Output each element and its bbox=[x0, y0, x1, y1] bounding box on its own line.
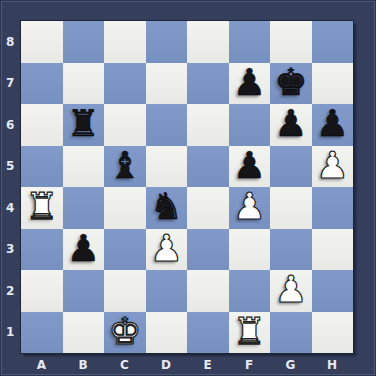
square-e7[interactable] bbox=[187, 63, 229, 105]
square-f5[interactable]: ♟ bbox=[229, 146, 271, 188]
file-label-g: G bbox=[270, 353, 312, 376]
square-b5[interactable] bbox=[63, 146, 105, 188]
square-b1[interactable] bbox=[63, 312, 105, 354]
square-d4[interactable]: ♞ bbox=[146, 187, 188, 229]
rank-label-7: 7 bbox=[0, 63, 21, 105]
square-a2[interactable] bbox=[21, 270, 63, 312]
square-b6[interactable]: ♜ bbox=[63, 104, 105, 146]
square-a7[interactable] bbox=[21, 63, 63, 105]
rank-label-3: 3 bbox=[0, 229, 21, 271]
square-c7[interactable] bbox=[104, 63, 146, 105]
square-b4[interactable] bbox=[63, 187, 105, 229]
file-label-h: H bbox=[312, 353, 354, 376]
square-h1[interactable] bbox=[312, 312, 354, 354]
square-e8[interactable] bbox=[187, 21, 229, 63]
square-a4[interactable]: ♜ bbox=[21, 187, 63, 229]
square-g8[interactable] bbox=[270, 21, 312, 63]
square-a1[interactable] bbox=[21, 312, 63, 354]
white-king[interactable]: ♚ bbox=[108, 313, 141, 350]
rank-label-6: 6 bbox=[0, 104, 21, 146]
board: ♟♚♜♟♟♝♟♟♜♞♟♟♟♟♚♜ bbox=[21, 21, 353, 353]
square-e2[interactable] bbox=[187, 270, 229, 312]
square-b2[interactable] bbox=[63, 270, 105, 312]
black-king[interactable]: ♚ bbox=[274, 64, 307, 101]
square-f1[interactable]: ♜ bbox=[229, 312, 271, 354]
square-d5[interactable] bbox=[146, 146, 188, 188]
square-c5[interactable]: ♝ bbox=[104, 146, 146, 188]
square-f6[interactable] bbox=[229, 104, 271, 146]
file-labels: A B C D E F G H bbox=[21, 353, 353, 376]
white-pawn[interactable]: ♟ bbox=[233, 188, 266, 225]
square-a6[interactable] bbox=[21, 104, 63, 146]
file-label-a: A bbox=[21, 353, 63, 376]
square-c1[interactable]: ♚ bbox=[104, 312, 146, 354]
square-d3[interactable]: ♟ bbox=[146, 229, 188, 271]
square-f4[interactable]: ♟ bbox=[229, 187, 271, 229]
square-h3[interactable] bbox=[312, 229, 354, 271]
square-d8[interactable] bbox=[146, 21, 188, 63]
square-c6[interactable] bbox=[104, 104, 146, 146]
white-rook[interactable]: ♜ bbox=[25, 188, 58, 225]
black-pawn[interactable]: ♟ bbox=[233, 147, 266, 184]
square-b3[interactable]: ♟ bbox=[63, 229, 105, 271]
square-c2[interactable] bbox=[104, 270, 146, 312]
rank-label-4: 4 bbox=[0, 187, 21, 229]
square-c3[interactable] bbox=[104, 229, 146, 271]
chess-board-frame: 8 7 6 5 4 3 2 1 ♟♚♜♟♟♝♟♟♜♞♟♟♟♟♚♜ A B C D… bbox=[0, 0, 376, 376]
square-g2[interactable]: ♟ bbox=[270, 270, 312, 312]
square-d1[interactable] bbox=[146, 312, 188, 354]
square-h5[interactable]: ♟ bbox=[312, 146, 354, 188]
black-pawn[interactable]: ♟ bbox=[233, 64, 266, 101]
square-e3[interactable] bbox=[187, 229, 229, 271]
rank-labels: 8 7 6 5 4 3 2 1 bbox=[0, 21, 21, 353]
square-a5[interactable] bbox=[21, 146, 63, 188]
white-pawn[interactable]: ♟ bbox=[316, 147, 349, 184]
square-f3[interactable] bbox=[229, 229, 271, 271]
file-label-b: B bbox=[63, 353, 105, 376]
white-pawn[interactable]: ♟ bbox=[150, 230, 183, 267]
rank-label-8: 8 bbox=[0, 21, 21, 63]
square-g5[interactable] bbox=[270, 146, 312, 188]
square-h4[interactable] bbox=[312, 187, 354, 229]
file-label-c: C bbox=[104, 353, 146, 376]
square-c4[interactable] bbox=[104, 187, 146, 229]
square-a8[interactable] bbox=[21, 21, 63, 63]
rank-label-1: 1 bbox=[0, 312, 21, 354]
square-d7[interactable] bbox=[146, 63, 188, 105]
square-g1[interactable] bbox=[270, 312, 312, 354]
rank-label-2: 2 bbox=[0, 270, 21, 312]
square-g3[interactable] bbox=[270, 229, 312, 271]
square-e6[interactable] bbox=[187, 104, 229, 146]
black-knight[interactable]: ♞ bbox=[150, 188, 183, 225]
square-d2[interactable] bbox=[146, 270, 188, 312]
square-g6[interactable]: ♟ bbox=[270, 104, 312, 146]
file-label-f: F bbox=[229, 353, 271, 376]
square-b7[interactable] bbox=[63, 63, 105, 105]
white-rook[interactable]: ♜ bbox=[233, 313, 266, 350]
square-f8[interactable] bbox=[229, 21, 271, 63]
rank-label-5: 5 bbox=[0, 146, 21, 188]
square-e4[interactable] bbox=[187, 187, 229, 229]
square-h6[interactable]: ♟ bbox=[312, 104, 354, 146]
square-f7[interactable]: ♟ bbox=[229, 63, 271, 105]
file-label-d: D bbox=[146, 353, 188, 376]
square-c8[interactable] bbox=[104, 21, 146, 63]
black-pawn[interactable]: ♟ bbox=[67, 230, 100, 267]
file-label-e: E bbox=[187, 353, 229, 376]
square-e1[interactable] bbox=[187, 312, 229, 354]
square-h8[interactable] bbox=[312, 21, 354, 63]
square-h2[interactable] bbox=[312, 270, 354, 312]
square-h7[interactable] bbox=[312, 63, 354, 105]
black-pawn[interactable]: ♟ bbox=[316, 105, 349, 142]
square-g4[interactable] bbox=[270, 187, 312, 229]
white-pawn[interactable]: ♟ bbox=[274, 271, 307, 308]
black-pawn[interactable]: ♟ bbox=[274, 105, 307, 142]
square-b8[interactable] bbox=[63, 21, 105, 63]
black-rook[interactable]: ♜ bbox=[67, 105, 100, 142]
square-d6[interactable] bbox=[146, 104, 188, 146]
square-a3[interactable] bbox=[21, 229, 63, 271]
square-g7[interactable]: ♚ bbox=[270, 63, 312, 105]
square-e5[interactable] bbox=[187, 146, 229, 188]
black-bishop[interactable]: ♝ bbox=[108, 147, 141, 184]
square-f2[interactable] bbox=[229, 270, 271, 312]
